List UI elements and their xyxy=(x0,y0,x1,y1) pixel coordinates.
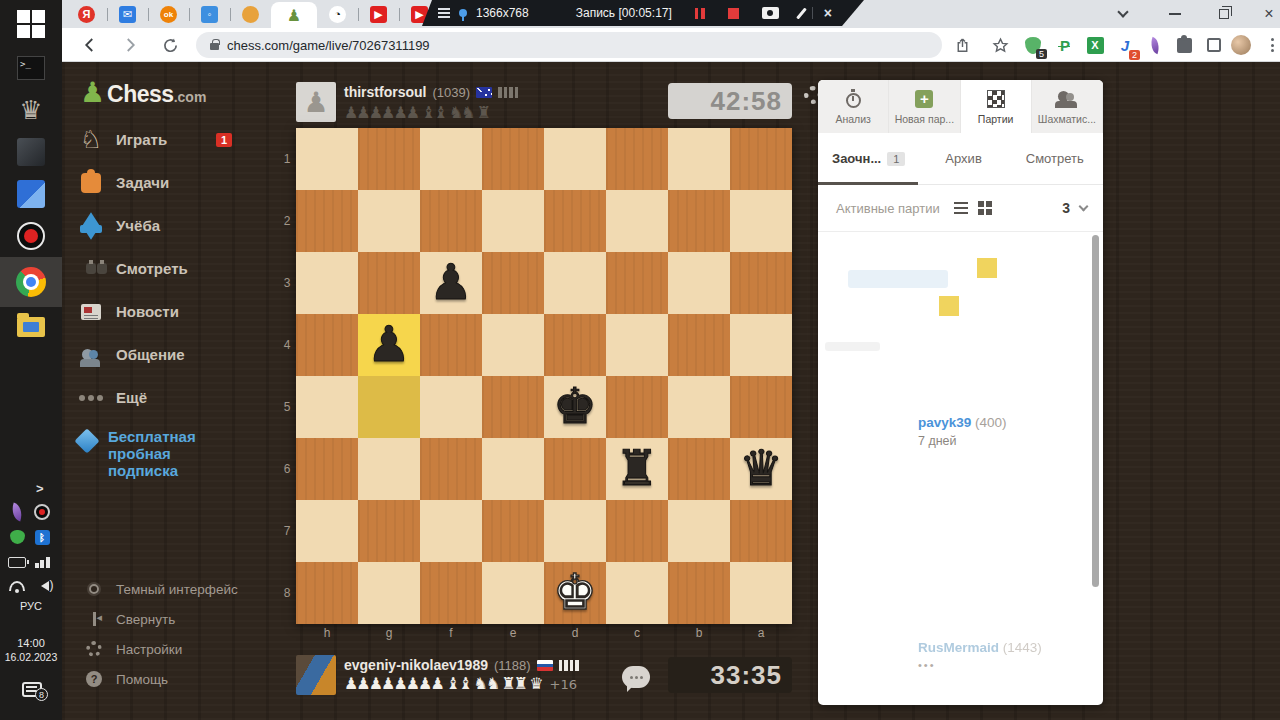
square-g6[interactable] xyxy=(358,438,420,500)
help-icon: ? xyxy=(86,671,102,687)
youtube-tab[interactable]: ▶ xyxy=(358,0,399,28)
chesscom-tab-favicon: ♟ xyxy=(286,7,303,24)
mail-tab[interactable]: ✉ xyxy=(107,0,148,28)
sidebar-item-label: Общение xyxy=(116,346,185,363)
documents-app-icon[interactable] xyxy=(15,178,47,210)
wifi-icon[interactable] xyxy=(8,577,26,595)
square-h3[interactable] xyxy=(296,252,358,314)
bookmark-star-icon[interactable] xyxy=(988,33,1012,57)
game-item-pavyk39[interactable]: pavyk39 (400) xyxy=(918,415,1007,430)
settings[interactable]: Настройки xyxy=(84,634,284,664)
network-bars-icon[interactable] xyxy=(33,553,51,571)
file-label-a: a xyxy=(730,626,792,642)
play-icon: ♘ xyxy=(80,125,102,154)
feather-extension-icon[interactable] xyxy=(1145,35,1165,55)
side-panel-icon[interactable] xyxy=(1204,35,1224,55)
settings-gear-icon xyxy=(86,641,102,657)
square-d6[interactable] xyxy=(544,438,606,500)
square-b5[interactable] xyxy=(668,376,730,438)
game-item-rusmermaid[interactable]: RusMermaid (1443) xyxy=(918,640,1042,655)
screenshot-icon[interactable] xyxy=(762,7,779,19)
collapse-sidebar[interactable]: Свернуть xyxy=(84,604,284,634)
tab-label: Новая пар... xyxy=(895,113,954,125)
sidebar-item-label: Смотреть xyxy=(116,260,188,277)
yandex-tab[interactable]: Я xyxy=(66,0,107,28)
sidebar-item-social[interactable]: Общение xyxy=(78,333,278,376)
draw-icon[interactable] xyxy=(796,7,807,19)
footer-label: Темный интерфейс xyxy=(116,582,238,597)
square-e1[interactable] xyxy=(482,128,544,190)
subtab-daily[interactable]: Заочн... 1 xyxy=(832,151,905,166)
square-b1[interactable] xyxy=(668,128,730,190)
square-b6[interactable] xyxy=(668,438,730,500)
bottom-player-clock: 33:35 xyxy=(668,657,792,693)
file-labels: hgfedcba xyxy=(296,626,792,642)
file-explorer-icon[interactable] xyxy=(15,308,47,340)
sidebar-item-learn[interactable]: Учёба xyxy=(78,204,278,247)
top-player-rating: (1039) xyxy=(432,85,470,100)
square-g7[interactable] xyxy=(358,500,420,562)
square-a7[interactable] xyxy=(730,500,792,562)
subtab-archive[interactable]: Архив xyxy=(945,151,981,166)
clock-time[interactable]: 14:00 xyxy=(0,637,62,649)
file-label-f: f xyxy=(420,626,482,642)
black-pawn[interactable]: ♟ xyxy=(429,252,473,314)
square-c6[interactable]: ♜ xyxy=(606,438,668,500)
j-extension-badge: 2 xyxy=(1129,50,1140,60)
top-player-clock: 42:58 xyxy=(668,83,792,119)
sidebar-item-label: Учёба xyxy=(116,217,160,234)
square-g8[interactable] xyxy=(358,562,420,624)
footer-label: Помощь xyxy=(116,672,168,687)
square-b4[interactable] xyxy=(668,314,730,376)
tab-games[interactable]: Партии xyxy=(961,80,1032,133)
square-e3[interactable] xyxy=(482,252,544,314)
active-games-header: Активные партии 3 xyxy=(818,185,1103,232)
panel-tabs: Анализ + Новая пар... Партии Шахматис... xyxy=(818,80,1103,133)
back-button[interactable] xyxy=(78,33,102,57)
square-d4[interactable] xyxy=(544,314,606,376)
feather-tray-icon[interactable] xyxy=(8,503,26,521)
sidebar-item-label: Играть xyxy=(116,131,167,148)
square-d1[interactable] xyxy=(544,128,606,190)
help[interactable]: ?Помощь xyxy=(84,664,284,694)
minimize-button[interactable] xyxy=(1166,5,1184,23)
excel-extension-icon[interactable]: X xyxy=(1085,35,1105,55)
square-h1[interactable] xyxy=(296,128,358,190)
ok-tab[interactable]: ok xyxy=(148,0,189,28)
square-c1[interactable] xyxy=(606,128,668,190)
footer-label: Свернуть xyxy=(116,612,175,627)
rank-label-4: 4 xyxy=(280,314,294,376)
right-panel: Анализ + Новая пар... Партии Шахматис...… xyxy=(818,80,1103,705)
logo-text: Chess xyxy=(107,81,174,108)
bottom-player-avatar[interactable] xyxy=(296,655,336,695)
sidebar-item-puzzles[interactable]: Задачи xyxy=(78,161,278,204)
sidebar-item-more[interactable]: Ещё xyxy=(78,376,278,419)
news-icon xyxy=(81,304,101,320)
recording-resolution: 1366x768 xyxy=(476,6,529,20)
square-e8[interactable] xyxy=(482,562,544,624)
address-bar[interactable]: chess.com/game/live/70267311199 xyxy=(196,32,942,58)
top-rating-bars-icon xyxy=(498,87,518,98)
close-button[interactable]: × xyxy=(1260,5,1278,23)
volume-icon[interactable] xyxy=(33,577,51,595)
chess-board[interactable]: ♟♟♚♜♛♚ xyxy=(296,128,792,624)
more-icon xyxy=(79,395,103,401)
watch-icon xyxy=(86,263,96,274)
share-icon[interactable] xyxy=(950,33,974,57)
white-king[interactable]: ♚ xyxy=(553,562,597,624)
file-label-e: e xyxy=(482,626,544,642)
square-h7[interactable] xyxy=(296,500,358,562)
diamond-icon xyxy=(74,428,99,453)
list-view-icon[interactable] xyxy=(954,202,968,215)
notification-badge: 8 xyxy=(35,688,48,701)
square-f4[interactable] xyxy=(420,314,482,376)
square-h5[interactable] xyxy=(296,376,358,438)
top-player-info: thirstforsoul (1039) xyxy=(344,84,518,100)
subtab-watch[interactable]: Смотреть xyxy=(1026,151,1084,166)
square-f5[interactable] xyxy=(420,376,482,438)
lock-icon[interactable] xyxy=(210,43,219,50)
sidebar-item-play[interactable]: ♘ Играть 1 xyxy=(78,118,278,161)
free-trial-link[interactable]: Бесплатнаяпробнаяподписка xyxy=(78,428,196,479)
ok-tab-favicon: ok xyxy=(160,6,177,23)
players-icon xyxy=(1058,91,1069,102)
mail-tab-favicon: ✉ xyxy=(119,6,136,23)
square-d7[interactable] xyxy=(544,500,606,562)
url-text: chess.com/game/live/70267311199 xyxy=(227,38,430,53)
reload-button[interactable] xyxy=(158,33,182,57)
black-pawn[interactable]: ♟ xyxy=(367,314,411,376)
recording-close-icon[interactable]: × xyxy=(824,5,832,21)
browser-toolbar: chess.com/game/live/70267311199 5 P X J2 xyxy=(62,28,1280,62)
bottom-player-name[interactable]: evgeniy-nikolaev1989 xyxy=(344,657,488,673)
clock-tab[interactable]: ◔ xyxy=(317,0,358,28)
theme-toggle[interactable]: Темный интерфейс xyxy=(84,574,284,604)
language-indicator[interactable]: РУС xyxy=(0,600,62,612)
square-a1[interactable] xyxy=(730,128,792,190)
bottom-captured-pieces: ♟♟♟♟♟♟♟♟ ♝♝ ♞♞ ♜♜ ♛+16 xyxy=(344,674,577,693)
mini-board-highlight xyxy=(977,258,997,278)
stop-icon[interactable] xyxy=(728,8,739,19)
square-e6[interactable] xyxy=(482,438,544,500)
logo-text-com: .com xyxy=(174,89,207,105)
tab-search-icon[interactable] xyxy=(1114,5,1132,23)
games-count: 3 xyxy=(1062,200,1070,216)
square-a5[interactable] xyxy=(730,376,792,438)
square-b2[interactable] xyxy=(668,190,730,252)
black-queen[interactable]: ♛ xyxy=(739,438,783,500)
square-g1[interactable] xyxy=(358,128,420,190)
yandex-tab-favicon: Я xyxy=(78,6,95,23)
recording-bar: 1366x768 Запись [00:05:17] × xyxy=(422,0,864,26)
tab-players[interactable]: Шахматис... xyxy=(1032,80,1103,133)
chat-bubble-icon[interactable] xyxy=(622,666,650,688)
chat-tab-favicon: ◦ xyxy=(201,6,218,23)
youtube-tab-favicon: ▶ xyxy=(370,6,387,23)
square-a8[interactable] xyxy=(730,562,792,624)
thumbnail-artifact xyxy=(825,342,880,351)
bottom-player-rating: (1188) xyxy=(494,658,531,673)
tab-label: Партии xyxy=(978,113,1014,125)
sidebar-item-watch[interactable]: Смотреть xyxy=(78,247,278,290)
pause-icon[interactable] xyxy=(695,8,705,19)
square-a2[interactable] xyxy=(730,190,792,252)
social-icon xyxy=(82,349,93,360)
record-dot-tray-icon[interactable] xyxy=(33,503,51,521)
chrome-icon[interactable] xyxy=(15,266,47,298)
puzzles-icon xyxy=(81,173,101,193)
antivirus-tray-icon[interactable] xyxy=(8,528,26,546)
sidebar-footer: Темный интерфейс Свернуть Настройки ?Пом… xyxy=(84,574,284,694)
square-d2[interactable] xyxy=(544,190,606,252)
tab-new-game[interactable]: + Новая пар... xyxy=(889,80,960,133)
sidebar-item-label: Задачи xyxy=(116,174,169,191)
file-label-c: c xyxy=(606,626,668,642)
file-label-d: d xyxy=(544,626,606,642)
tab-favicons: Я✉ok◦♟◔▶▶▮ xyxy=(66,0,481,28)
file-label-b: b xyxy=(668,626,730,642)
square-b3[interactable] xyxy=(668,252,730,314)
sidebar-item-label: Ещё xyxy=(116,389,147,406)
square-c4[interactable] xyxy=(606,314,668,376)
rank-label-7: 7 xyxy=(280,500,294,562)
tray-expand-icon[interactable]: > xyxy=(36,481,44,496)
ball-tab[interactable] xyxy=(230,0,271,28)
extensions-puzzle-icon[interactable] xyxy=(1174,35,1194,55)
sidebar-item-label: Новости xyxy=(116,303,179,320)
square-g4[interactable]: ♟ xyxy=(358,314,420,376)
thumbnail-artifact xyxy=(848,270,948,288)
square-g3[interactable] xyxy=(358,252,420,314)
theme-icon xyxy=(89,584,99,594)
bottom-rating-bars-icon xyxy=(559,660,579,671)
rank-label-5: 5 xyxy=(280,376,294,438)
square-f6[interactable] xyxy=(420,438,482,500)
ruble-extension-icon[interactable]: P xyxy=(1055,35,1075,55)
square-a6[interactable]: ♛ xyxy=(730,438,792,500)
australia-flag-icon xyxy=(476,87,492,98)
square-f8[interactable] xyxy=(420,562,482,624)
square-g5[interactable] xyxy=(358,376,420,438)
square-d3[interactable] xyxy=(544,252,606,314)
file-label-g: g xyxy=(358,626,420,642)
square-h4[interactable] xyxy=(296,314,358,376)
play-badge: 1 xyxy=(216,133,232,147)
game-item-meta: 7 дней xyxy=(918,434,957,448)
ball-tab-favicon xyxy=(242,6,259,23)
square-f2[interactable] xyxy=(420,190,482,252)
recording-status: Запись [00:05:17] xyxy=(576,6,672,20)
black-king[interactable]: ♚ xyxy=(553,376,597,438)
restore-button[interactable] xyxy=(1215,5,1233,23)
logo-pawn-icon: ♟ xyxy=(80,80,105,106)
windows-start-icon[interactable] xyxy=(15,8,47,40)
windows-taskbar: >_ ♛ > ᛒ РУС 14:00 16.02.2023 8 xyxy=(0,0,62,720)
square-e2[interactable] xyxy=(482,190,544,252)
square-c5[interactable] xyxy=(606,376,668,438)
j-extension-icon[interactable]: J2 xyxy=(1115,35,1135,55)
top-player-avatar[interactable]: ♟ xyxy=(296,82,336,122)
rank-label-6: 6 xyxy=(280,438,294,500)
square-f1[interactable] xyxy=(420,128,482,190)
free-trial-label: Бесплатнаяпробнаяподписка xyxy=(108,428,196,479)
square-e7[interactable] xyxy=(482,500,544,562)
chevron-down-icon[interactable] xyxy=(1079,202,1089,212)
sidebar-item-news[interactable]: Новости xyxy=(78,290,278,333)
square-c7[interactable] xyxy=(606,500,668,562)
photo-app-icon[interactable] xyxy=(15,136,47,168)
rank-label-8: 8 xyxy=(280,562,294,624)
square-h8[interactable] xyxy=(296,562,358,624)
square-h6[interactable] xyxy=(296,438,358,500)
material-advantage: +16 xyxy=(550,677,577,692)
collapse-icon xyxy=(93,612,96,626)
top-player-name[interactable]: thirstforsoul xyxy=(344,84,426,100)
top-captured-pieces: ♟♟♟♟♟♟ ♝♝ ♞♞ ♜ xyxy=(344,103,489,122)
plus-icon: + xyxy=(915,90,933,108)
profile-avatar[interactable] xyxy=(1231,35,1251,55)
square-a3[interactable] xyxy=(730,252,792,314)
bottom-player-info: evgeniy-nikolaev1989 (1188) xyxy=(344,657,579,673)
square-c8[interactable] xyxy=(606,562,668,624)
shield-extension-icon[interactable]: 5 xyxy=(1023,35,1043,55)
rank-label-2: 2 xyxy=(280,190,294,252)
square-e4[interactable] xyxy=(482,314,544,376)
shield-extension-badge: 5 xyxy=(1036,49,1047,59)
bluetooth-icon[interactable]: ᛒ xyxy=(33,528,51,546)
learn-icon xyxy=(80,225,102,233)
square-e5[interactable] xyxy=(482,376,544,438)
square-c3[interactable] xyxy=(606,252,668,314)
screen: >_ ♛ > ᛒ РУС 14:00 16.02.2023 8 Я✉ok◦♟◔▶… xyxy=(0,0,1280,720)
forward-button[interactable] xyxy=(118,33,142,57)
tab-analysis[interactable]: Анализ xyxy=(818,80,889,133)
chess-app-icon[interactable]: ♛ xyxy=(15,94,47,126)
rank-label-3: 3 xyxy=(280,252,294,314)
square-g2[interactable] xyxy=(358,190,420,252)
active-games-label: Активные партии xyxy=(836,201,940,216)
panel-scrollbar[interactable] xyxy=(1092,235,1099,587)
mini-board-highlight xyxy=(939,296,959,316)
square-c2[interactable] xyxy=(606,190,668,252)
chesscom-logo[interactable]: ♟ Chess .com xyxy=(80,80,206,108)
tab-label: Анализ xyxy=(835,113,870,125)
chat-tab[interactable]: ◦ xyxy=(189,0,230,28)
panel-subtabs: Заочн... 1 Архив Смотреть xyxy=(818,133,1103,185)
square-d5[interactable]: ♚ xyxy=(544,376,606,438)
file-label-h: h xyxy=(296,626,358,642)
sidebar-menu: ♘ Играть 1 Задачи Учёба Смотреть Новости xyxy=(78,118,278,419)
clock-tab-favicon: ◔ xyxy=(329,6,346,23)
notifications-icon[interactable]: 8 xyxy=(22,682,42,697)
browser-menu-icon[interactable] xyxy=(1262,35,1280,55)
black-rook[interactable]: ♜ xyxy=(615,438,659,500)
battery-icon[interactable] xyxy=(8,553,26,571)
grid-view-icon[interactable] xyxy=(978,201,992,215)
browser-tabstrip: Я✉ok◦♟◔▶▶▮ 1366x768 Запись [00:05:17] × … xyxy=(62,0,1280,28)
recording-menu-icon[interactable] xyxy=(438,8,450,18)
rank-label-1: 1 xyxy=(280,128,294,190)
square-f3[interactable]: ♟ xyxy=(420,252,482,314)
checkerboard-icon xyxy=(987,90,1005,108)
chesscom-page: ♟ Chess .com ♘ Играть 1 Задачи Учёба Смо… xyxy=(62,62,1280,720)
stopwatch-icon xyxy=(846,93,861,108)
rank-labels: 12345678 xyxy=(280,128,294,624)
russia-flag-icon xyxy=(537,660,553,671)
square-f7[interactable] xyxy=(420,500,482,562)
game-item-meta: ••• xyxy=(918,659,936,671)
daily-badge: 1 xyxy=(887,152,905,166)
square-h2[interactable] xyxy=(296,190,358,252)
record-app-icon[interactable] xyxy=(15,220,47,252)
recording-pin-icon[interactable] xyxy=(459,9,467,17)
terminal-icon[interactable]: >_ xyxy=(15,52,47,84)
footer-label: Настройки xyxy=(116,642,182,657)
square-a4[interactable] xyxy=(730,314,792,376)
clock-date[interactable]: 16.02.2023 xyxy=(0,651,62,663)
chesscom-tab[interactable]: ♟ xyxy=(271,2,317,28)
square-d8[interactable]: ♚ xyxy=(544,562,606,624)
square-b8[interactable] xyxy=(668,562,730,624)
square-b7[interactable] xyxy=(668,500,730,562)
tab-label: Шахматис... xyxy=(1038,113,1096,125)
